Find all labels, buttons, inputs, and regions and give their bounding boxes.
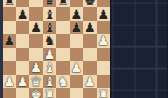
white-pawn-piece[interactable]: ♟ — [71, 61, 83, 74]
square-g1[interactable] — [83, 88, 96, 98]
square-a8[interactable]: ♜ — [3, 0, 16, 7]
square-d1[interactable]: ♜ — [43, 88, 56, 98]
square-h1[interactable]: ♜ — [97, 88, 110, 98]
square-b2[interactable]: ♟ — [16, 75, 29, 88]
white-pawn-piece[interactable]: ♟ — [44, 47, 56, 60]
square-c5[interactable] — [29, 34, 42, 47]
square-g8[interactable]: ♚ — [83, 0, 96, 7]
white-queen-piece[interactable]: ♛ — [30, 74, 42, 87]
square-f1[interactable] — [70, 88, 83, 98]
black-bishop-piece[interactable]: ♝ — [44, 7, 56, 20]
square-f6[interactable]: ♟ — [70, 21, 83, 34]
square-g2[interactable]: ♟ — [83, 75, 96, 88]
black-bishop-piece[interactable]: ♝ — [44, 21, 56, 34]
square-c8[interactable] — [29, 0, 42, 7]
black-pawn-piece[interactable]: ♟ — [71, 21, 83, 34]
square-c1[interactable]: ♚ — [29, 88, 42, 98]
app-window: ♜♛♜♚♟♝♟♟♟♝♟♟♟♞♟♟♟♝♟♟♟♛♝♞♟♚♜♜ — [0, 0, 167, 98]
white-rook-piece[interactable]: ♜ — [97, 88, 109, 98]
square-a5[interactable]: ♟ — [3, 34, 16, 47]
square-e2[interactable]: ♞ — [56, 75, 69, 88]
black-pawn-piece[interactable]: ♟ — [71, 7, 83, 20]
white-knight-piece[interactable]: ♞ — [57, 74, 69, 87]
square-h3[interactable] — [97, 61, 110, 74]
black-pawn-piece[interactable]: ♟ — [84, 21, 96, 34]
square-a4[interactable] — [3, 48, 16, 61]
white-rook-piece[interactable]: ♜ — [44, 88, 56, 98]
white-king-piece[interactable]: ♚ — [30, 88, 42, 98]
black-pawn-piece[interactable]: ♟ — [17, 7, 29, 20]
square-h4[interactable] — [97, 48, 110, 61]
white-bishop-piece[interactable]: ♝ — [44, 74, 56, 87]
square-b6[interactable] — [16, 21, 29, 34]
square-g5[interactable] — [83, 34, 96, 47]
square-e5[interactable] — [56, 34, 69, 47]
square-h5[interactable]: ♟ — [97, 34, 110, 47]
black-king-piece[interactable]: ♚ — [84, 0, 96, 7]
square-a7[interactable] — [3, 7, 16, 20]
square-h7[interactable]: ♟ — [97, 7, 110, 20]
square-a2[interactable]: ♟ — [3, 75, 16, 88]
square-g4[interactable] — [83, 48, 96, 61]
side-panel-grid — [111, 0, 168, 98]
square-e7[interactable] — [56, 7, 69, 20]
square-b7[interactable]: ♟ — [16, 7, 29, 20]
square-a1[interactable] — [3, 88, 16, 98]
white-pawn-piece[interactable]: ♟ — [3, 74, 15, 87]
black-pawn-piece[interactable]: ♟ — [3, 34, 15, 47]
black-rook-piece[interactable]: ♜ — [3, 0, 15, 7]
black-pawn-piece[interactable]: ♟ — [97, 7, 109, 20]
square-f3[interactable]: ♟ — [70, 61, 83, 74]
square-e6[interactable] — [56, 21, 69, 34]
square-c6[interactable]: ♟ — [29, 21, 42, 34]
white-pawn-piece[interactable]: ♟ — [30, 61, 42, 74]
square-e1[interactable] — [56, 88, 69, 98]
black-pawn-piece[interactable]: ♟ — [30, 21, 42, 34]
square-f5[interactable] — [70, 34, 83, 47]
square-e8[interactable]: ♜ — [56, 0, 69, 7]
square-g6[interactable]: ♟ — [83, 21, 96, 34]
chess-board[interactable]: ♜♛♜♚♟♝♟♟♟♝♟♟♟♞♟♟♟♝♟♟♟♛♝♞♟♚♜♜ — [3, 0, 111, 98]
black-knight-piece[interactable]: ♞ — [44, 34, 56, 47]
square-b1[interactable] — [16, 88, 29, 98]
white-pawn-piece[interactable]: ♟ — [17, 74, 29, 87]
white-pawn-piece[interactable]: ♟ — [84, 74, 96, 87]
square-f2[interactable] — [70, 75, 83, 88]
square-b5[interactable] — [16, 34, 29, 47]
white-pawn-piece[interactable]: ♟ — [97, 34, 109, 47]
square-e4[interactable] — [56, 48, 69, 61]
black-rook-piece[interactable]: ♜ — [57, 0, 69, 7]
white-bishop-piece[interactable]: ♝ — [44, 61, 56, 74]
square-b4[interactable] — [16, 48, 29, 61]
